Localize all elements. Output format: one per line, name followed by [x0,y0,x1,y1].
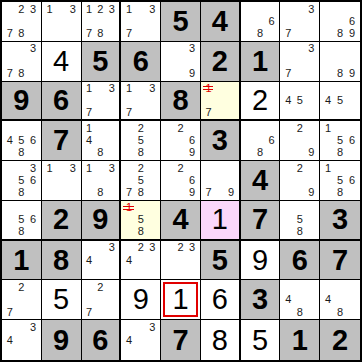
empty-candidate-slot [4,214,16,226]
empty-candidate-slot [243,28,255,40]
empty-candidate-slot [322,306,334,318]
candidate-7: 7 [84,106,95,118]
empty-candidate-slot [95,135,106,147]
cell-r5c4[interactable]: 2578 [121,161,161,201]
cell-r7c6[interactable]: 5 [201,241,241,281]
empty-candidate-slot [147,147,159,159]
empty-candidate-slot [163,162,175,174]
empty-candidate-slot [84,15,95,27]
cell-r5c8[interactable]: 29 [280,161,320,201]
empty-candidate-slot [334,162,346,174]
empty-candidate-slot [123,321,135,334]
empty-candidate-slot [214,94,225,106]
empty-candidate-slot [306,106,318,118]
cell-r6c3[interactable]: 9 [82,201,122,241]
cell-r3c3[interactable]: 137 [82,82,122,122]
candidate-grid: 34 [2,320,41,360]
cell-r1c3[interactable]: 12378 [82,2,122,42]
empty-candidate-slot [282,202,294,214]
empty-candidate-slot [95,94,106,106]
empty-candidate-slot [135,106,147,118]
candidate-3: 3 [106,3,117,15]
empty-candidate-slot [27,281,39,293]
candidate-8: 8 [16,67,28,79]
candidate-8: 8 [95,28,106,40]
empty-candidate-slot [4,174,16,186]
empty-candidate-slot [55,174,67,186]
empty-candidate-slot [147,174,159,186]
cell-r9c5[interactable]: 7 [161,320,201,360]
given-digit: 9 [53,326,69,355]
empty-candidate-slot [334,55,346,67]
empty-candidate-slot [95,83,106,95]
empty-candidate-slot [147,135,159,147]
empty-candidate-slot [27,55,39,67]
solved-digit: 6 [212,285,228,314]
candidate-grid: 79 [201,161,239,200]
empty-candidate-slot [322,28,334,40]
cell-r1c8[interactable]: 37 [280,2,320,42]
empty-candidate-slot [106,254,117,266]
candidate-grid: 34 [82,241,120,280]
solved-digit: 5 [252,326,268,355]
empty-candidate-slot [214,162,225,174]
candidate-grid: 34 [121,320,160,360]
cell-r7c4[interactable]: 234 [121,241,161,281]
empty-candidate-slot [123,266,135,278]
candidate-9: 9 [346,67,358,79]
candidate-2: 2 [135,162,147,174]
cell-r7c1[interactable]: 1 [2,241,42,281]
cell-r6c8[interactable]: 58 [280,201,320,241]
cell-r1c7[interactable]: 68 [241,2,281,42]
empty-candidate-slot [175,254,187,266]
empty-candidate-slot [84,187,95,199]
candidate-8: 8 [334,306,346,318]
empty-candidate-slot [123,242,135,254]
cell-r4c7[interactable]: 68 [241,121,281,161]
candidate-1: 1 [123,3,135,15]
empty-candidate-slot [175,266,187,278]
empty-candidate-slot [346,55,358,67]
cell-r9c1[interactable]: 34 [2,320,42,360]
cell-r1c1[interactable]: 2378 [2,2,42,42]
candidate-2: 2 [175,122,187,134]
empty-candidate-slot [186,162,198,174]
empty-candidate-slot [4,147,16,159]
candidate-5: 5 [16,214,28,226]
candidate-3: 3 [106,162,117,174]
empty-candidate-slot [322,281,334,293]
given-digit: 4 [252,166,268,195]
cell-r2c8[interactable]: 37 [280,42,320,82]
candidate-9: 9 [225,187,236,199]
candidate-9: 9 [346,28,358,40]
candidate-grid: 23 [161,241,200,280]
cell-r4c4[interactable]: 258 [121,121,161,161]
empty-candidate-slot [294,28,306,40]
cell-r3c4[interactable]: 137 [121,82,161,122]
given-digit: 8 [53,246,69,275]
empty-candidate-slot [306,28,318,40]
cell-r4c3[interactable]: 148 [82,121,122,161]
candidate-8: 8 [16,28,28,40]
given-digit: 9 [13,86,29,115]
empty-candidate-slot [294,294,306,306]
empty-candidate-slot [306,226,318,238]
eliminated-candidate-1: 1 [123,202,135,214]
candidate-grid: 68 [241,121,280,160]
given-digit: 7 [252,205,268,234]
empty-candidate-slot [4,226,16,238]
candidate-grid: 29 [280,121,319,160]
candidate-grid: 27 [82,280,120,319]
cell-r2c4[interactable]: 6 [121,42,161,82]
empty-candidate-slot [346,106,358,118]
empty-candidate-slot [163,122,175,134]
cell-r6c1[interactable]: 568 [2,201,42,241]
empty-candidate-slot [95,242,106,254]
candidate-7: 7 [203,187,214,199]
empty-candidate-slot [67,15,79,27]
empty-candidate-slot [346,94,358,106]
empty-candidate-slot [294,187,306,199]
cell-r1c5[interactable]: 5 [161,2,201,42]
empty-candidate-slot [16,202,28,214]
empty-candidate-slot [163,147,175,159]
empty-candidate-slot [322,15,334,27]
candidate-4: 4 [84,135,95,147]
cell-r5c5[interactable]: 269 [161,161,201,201]
empty-candidate-slot [282,174,294,186]
empty-candidate-slot [254,122,266,134]
given-digit: 3 [332,205,348,234]
empty-candidate-slot [95,122,106,134]
empty-candidate-slot [225,106,236,118]
empty-candidate-slot [175,147,187,159]
empty-candidate-slot [27,147,39,159]
empty-candidate-slot [135,334,147,347]
cell-r4c2[interactable]: 7 [42,121,82,161]
cell-r8c2[interactable]: 5 [42,280,82,320]
cell-r9c8[interactable]: 1 [280,320,320,360]
cell-r3c7[interactable]: 2 [241,82,281,122]
candidate-8: 8 [334,28,346,40]
solved-digit: 9 [133,285,149,314]
cell-r1c9[interactable]: 689 [320,2,360,42]
candidate-grid: 137 [82,82,120,120]
cell-r2c9[interactable]: 89 [320,42,360,82]
empty-candidate-slot [123,147,135,159]
candidate-9: 9 [306,187,318,199]
candidate-grid: 13 [42,161,81,200]
candidate-1: 1 [44,162,56,174]
empty-candidate-slot [95,174,106,186]
candidate-7: 7 [123,28,135,40]
empty-candidate-slot [186,55,198,67]
cell-r4c8[interactable]: 29 [280,121,320,161]
empty-candidate-slot [346,83,358,95]
candidate-grid: 269 [161,121,200,160]
empty-candidate-slot [282,43,294,55]
empty-candidate-slot [346,162,358,174]
cell-r4c1[interactable]: 4568 [2,121,42,161]
cell-r5c1[interactable]: 3568 [2,161,42,201]
empty-candidate-slot [346,294,358,306]
empty-candidate-slot [282,281,294,293]
candidate-8: 8 [135,187,147,199]
candidate-4: 4 [282,294,294,306]
cell-r6c7[interactable]: 7 [241,201,281,241]
candidate-4: 4 [322,294,334,306]
empty-candidate-slot [135,83,147,95]
cell-r6c4[interactable]: 158 [121,201,161,241]
candidate-3: 3 [147,321,159,334]
solved-digit: 8 [212,326,228,355]
empty-candidate-slot [135,266,147,278]
candidate-grid: 39 [161,42,200,81]
cell-r4c9[interactable]: 1568 [320,121,360,161]
candidate-3: 3 [106,242,117,254]
empty-candidate-slot [16,334,28,347]
empty-candidate-slot [294,15,306,27]
empty-candidate-slot [334,106,346,118]
empty-candidate-slot [294,83,306,95]
cell-r9c7[interactable]: 5 [241,320,281,360]
empty-candidate-slot [123,226,135,238]
cell-r7c3[interactable]: 34 [82,241,122,281]
cell-r8c6[interactable]: 6 [201,280,241,320]
empty-candidate-slot [4,3,16,15]
solved-digit: 4 [53,47,69,76]
cell-r3c2[interactable]: 6 [42,82,82,122]
cell-r5c7[interactable]: 4 [241,161,281,201]
candidate-grid: 89 [320,42,360,81]
empty-candidate-slot [294,174,306,186]
candidate-3: 3 [147,83,159,95]
cell-r8c3[interactable]: 27 [82,280,122,320]
candidate-5: 5 [334,94,346,106]
candidate-1: 1 [84,162,95,174]
cell-r7c9[interactable]: 7 [320,241,360,281]
empty-candidate-slot [346,281,358,293]
cell-r7c7[interactable]: 9 [241,241,281,281]
empty-candidate-slot [294,43,306,55]
candidate-1: 1 [84,122,95,134]
empty-candidate-slot [254,15,266,27]
empty-candidate-slot [106,294,117,306]
empty-candidate-slot [95,294,106,306]
empty-candidate-slot [27,226,39,238]
cell-r8c8[interactable]: 48 [280,280,320,320]
empty-candidate-slot [163,67,175,79]
cell-r3c1[interactable]: 9 [2,82,42,122]
cell-r1c4[interactable]: 137 [121,2,161,42]
empty-candidate-slot [225,174,236,186]
candidate-grid: 234 [121,241,160,280]
candidate-3: 3 [106,83,117,95]
empty-candidate-slot [163,242,175,254]
empty-candidate-slot [214,83,225,95]
candidate-8: 8 [95,187,106,199]
cell-r2c2[interactable]: 4 [42,42,82,82]
candidate-6: 6 [186,135,198,147]
empty-candidate-slot [95,306,106,318]
cell-r4c5[interactable]: 269 [161,121,201,161]
empty-candidate-slot [322,187,334,199]
cell-r2c6[interactable]: 2 [201,42,241,82]
empty-candidate-slot [203,94,214,106]
empty-candidate-slot [106,122,117,134]
cell-r5c3[interactable]: 138 [82,161,122,201]
candidate-4: 4 [4,135,16,147]
empty-candidate-slot [282,214,294,226]
empty-candidate-slot [27,28,39,40]
candidate-7: 7 [84,306,95,318]
cell-r7c5[interactable]: 23 [161,241,201,281]
empty-candidate-slot [186,122,198,134]
candidate-9: 9 [186,67,198,79]
empty-candidate-slot [266,147,278,159]
empty-candidate-slot [175,43,187,55]
empty-candidate-slot [243,135,255,147]
cell-r5c6[interactable]: 79 [201,161,241,201]
empty-candidate-slot [67,28,79,40]
candidate-grid: 269 [161,161,200,200]
empty-candidate-slot [147,15,159,27]
cell-r9c6[interactable]: 8 [201,320,241,360]
cell-r2c3[interactable]: 5 [82,42,122,82]
cell-r8c4[interactable]: 9 [121,280,161,320]
cell-r2c5[interactable]: 39 [161,42,201,82]
empty-candidate-slot [322,67,334,79]
candidate-3: 3 [186,242,198,254]
empty-candidate-slot [306,135,318,147]
candidate-3: 3 [306,3,318,15]
cell-r6c5[interactable]: 4 [161,201,201,241]
cell-r3c6[interactable]: 17 [201,82,241,122]
candidate-2: 2 [294,122,306,134]
empty-candidate-slot [16,294,28,306]
cell-r6c9[interactable]: 3 [320,201,360,241]
cell-r5c2[interactable]: 13 [42,161,82,201]
empty-candidate-slot [44,174,56,186]
empty-candidate-slot [4,187,16,199]
empty-candidate-slot [163,55,175,67]
cell-r9c4[interactable]: 34 [121,320,161,360]
cell-r6c6[interactable]: 1 [201,201,241,241]
empty-candidate-slot [334,15,346,27]
cell-r8c7[interactable]: 3 [241,280,281,320]
empty-candidate-slot [106,306,117,318]
eliminated-candidate-1: 1 [203,83,214,95]
cell-r7c8[interactable]: 6 [280,241,320,281]
candidate-5: 5 [16,174,28,186]
empty-candidate-slot [266,3,278,15]
candidate-grid: 138 [82,161,120,200]
candidate-6: 6 [266,15,278,27]
empty-candidate-slot [282,135,294,147]
cell-r2c7[interactable]: 1 [241,42,281,82]
empty-candidate-slot [175,135,187,147]
empty-candidate-slot [346,147,358,159]
candidate-grid: 37 [280,42,319,81]
empty-candidate-slot [306,281,318,293]
candidate-1: 1 [44,3,56,15]
empty-candidate-slot [16,321,28,334]
empty-candidate-slot [322,174,334,186]
empty-candidate-slot [163,254,175,266]
candidate-5: 5 [294,214,306,226]
empty-candidate-slot [16,346,28,359]
empty-candidate-slot [147,94,159,106]
empty-candidate-slot [243,3,255,15]
cell-r3c5[interactable]: 8 [161,82,201,122]
cell-r6c2[interactable]: 2 [42,201,82,241]
empty-candidate-slot [147,122,159,134]
empty-candidate-slot [84,281,95,293]
candidate-6: 6 [27,214,39,226]
cell-r3c8[interactable]: 45 [280,82,320,122]
cell-r8c1[interactable]: 27 [2,280,42,320]
candidate-grid: 148 [82,121,120,160]
empty-candidate-slot [16,306,28,318]
candidate-grid: 2578 [121,161,160,200]
candidate-8: 8 [254,28,266,40]
candidate-1: 1 [322,122,334,134]
cell-r7c2[interactable]: 8 [42,241,82,281]
cell-r8c5[interactable]: 1 [161,280,201,320]
empty-candidate-slot [322,55,334,67]
empty-candidate-slot [4,162,16,174]
candidate-2: 2 [294,162,306,174]
empty-candidate-slot [203,162,214,174]
candidate-7: 7 [4,28,16,40]
empty-candidate-slot [163,43,175,55]
empty-candidate-slot [147,254,159,266]
empty-candidate-slot [27,187,39,199]
empty-candidate-slot [334,281,346,293]
given-digit: 2 [212,47,228,76]
empty-candidate-slot [106,28,117,40]
candidate-7: 7 [123,187,135,199]
candidate-2: 2 [16,3,28,15]
empty-candidate-slot [55,162,67,174]
cell-r8c9[interactable]: 48 [320,280,360,320]
cell-r9c9[interactable]: 2 [320,320,360,360]
empty-candidate-slot [67,187,79,199]
cell-r1c2[interactable]: 13 [42,2,82,42]
cell-r9c2[interactable]: 9 [42,320,82,360]
empty-candidate-slot [214,106,225,118]
cell-r1c6[interactable]: 4 [201,2,241,42]
empty-candidate-slot [95,106,106,118]
cell-r5c9[interactable]: 1568 [320,161,360,201]
empty-candidate-slot [322,106,334,118]
candidate-5: 5 [334,174,346,186]
cell-r3c9[interactable]: 45 [320,82,360,122]
empty-candidate-slot [334,83,346,95]
empty-candidate-slot [4,346,16,359]
candidate-grid: 27 [2,280,41,319]
cell-r9c3[interactable]: 6 [82,320,122,360]
empty-candidate-slot [322,43,334,55]
empty-candidate-slot [306,15,318,27]
empty-candidate-slot [147,346,159,359]
empty-candidate-slot [106,15,117,27]
cell-r2c1[interactable]: 378 [2,42,42,82]
cell-r4c6[interactable]: 3 [201,121,241,161]
